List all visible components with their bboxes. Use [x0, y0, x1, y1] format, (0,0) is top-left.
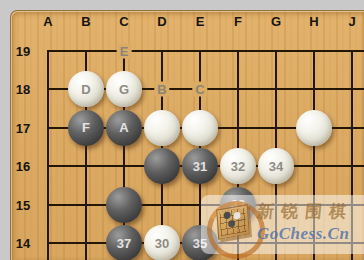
stone-white-G16[interactable]: 34 [258, 148, 294, 184]
stone-label: D [81, 82, 90, 97]
grid-vline-A [47, 50, 49, 260]
point-label-C19: E [117, 44, 132, 59]
col-label-B: B [81, 14, 90, 29]
row-label-14: 14 [16, 236, 30, 251]
go-board-screenshot: ABCDEFGHJ191817161514 EBCDGFA31323433373… [0, 0, 364, 260]
point-label-D18: B [154, 82, 169, 97]
row-label-15: 15 [16, 197, 30, 212]
watermark-chinese-text: 新锐围棋 [256, 200, 354, 223]
stone-label: F [82, 120, 90, 135]
stone-black-B17[interactable]: F [68, 110, 104, 146]
col-label-E: E [196, 14, 205, 29]
stone-label: A [119, 120, 128, 135]
watermark: 新锐围棋 GoChess.Cn [201, 195, 364, 254]
row-label-19: 19 [16, 44, 30, 59]
stone-black-C15[interactable] [106, 187, 142, 223]
col-label-H: H [309, 14, 318, 29]
col-label-C: C [119, 14, 128, 29]
stone-black-E16[interactable]: 31 [182, 148, 218, 184]
row-label-18: 18 [16, 82, 30, 97]
col-label-J: J [348, 14, 355, 29]
row-label-16: 16 [16, 159, 30, 174]
stone-white-D17[interactable] [144, 110, 180, 146]
stone-black-D16[interactable] [144, 148, 180, 184]
grid-hline-19 [47, 50, 364, 52]
watermark-english-text: GoChess.Cn [257, 224, 349, 244]
col-label-A: A [43, 14, 52, 29]
stone-white-F16[interactable]: 32 [220, 148, 256, 184]
stone-label: 37 [117, 236, 131, 251]
row-label-17: 17 [16, 120, 30, 135]
stone-label: 34 [269, 159, 283, 174]
stone-white-H17[interactable] [296, 110, 332, 146]
stone-black-C17[interactable]: A [106, 110, 142, 146]
stone-black-C14[interactable]: 37 [106, 225, 142, 260]
logo-goban-icon [216, 204, 250, 240]
col-label-G: G [271, 14, 281, 29]
stone-white-E17[interactable] [182, 110, 218, 146]
stone-label: 31 [193, 159, 207, 174]
col-label-D: D [157, 14, 166, 29]
gochess-logo-icon [203, 195, 261, 257]
stone-label: G [119, 82, 129, 97]
col-label-F: F [234, 14, 242, 29]
stone-white-D14[interactable]: 30 [144, 225, 180, 260]
stone-label: 32 [231, 159, 245, 174]
stone-label: 30 [155, 236, 169, 251]
point-label-E18: C [192, 82, 207, 97]
